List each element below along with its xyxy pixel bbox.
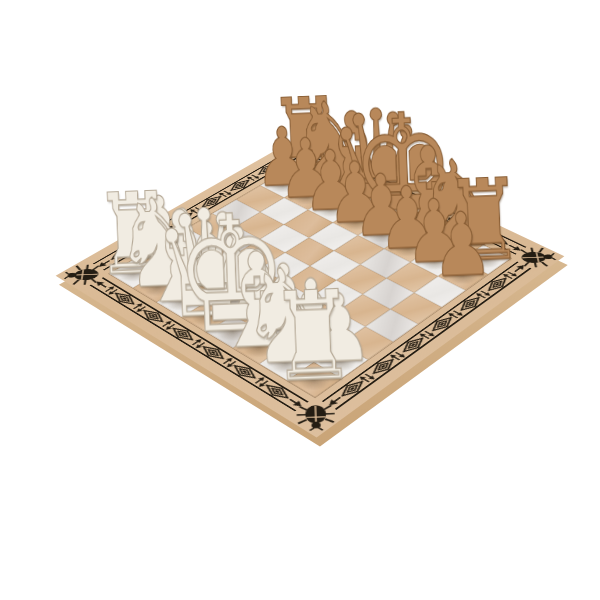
brown-pawn[interactable]: ♟ [430, 200, 494, 289]
chess-board: ♜♞♝♛♚♝♞♜♟♟♟♟♟♟♟♟♟♟♟♟♟♟♟♟♜♞♝♛♚♝♞♜ [56, 134, 565, 438]
beetle-corner-motif [295, 403, 337, 432]
board-grid: ♜♞♝♛♚♝♞♜♟♟♟♟♟♟♟♟♟♟♟♟♟♟♟♟♜♞♝♛♚♝♞♜ [109, 159, 510, 397]
product-photo-canvas: ♜♞♝♛♚♝♞♜♟♟♟♟♟♟♟♟♟♟♟♟♟♟♟♟♜♞♝♛♚♝♞♜ [0, 0, 600, 600]
